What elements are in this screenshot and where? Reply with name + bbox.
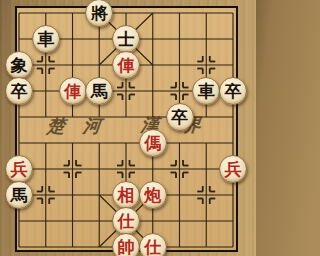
piece-red-chariot[interactable]: 俥 <box>112 51 140 79</box>
piece-black-soldier[interactable]: 卒 <box>5 77 33 105</box>
piece-red-advisor[interactable]: 仕 <box>112 207 140 235</box>
piece-black-chariot[interactable]: 車 <box>32 25 60 53</box>
piece-red-cannon[interactable]: 炮 <box>139 181 167 209</box>
piece-black-horse[interactable]: 馬 <box>5 181 33 209</box>
piece-black-advisor[interactable]: 士 <box>112 25 140 53</box>
piece-red-horse[interactable]: 傌 <box>139 129 167 157</box>
piece-black-elephant[interactable]: 象 <box>5 51 33 79</box>
piece-red-soldier[interactable]: 兵 <box>219 155 247 183</box>
piece-red-general[interactable]: 帥 <box>112 233 140 256</box>
piece-black-soldier[interactable]: 卒 <box>166 103 194 131</box>
piece-red-advisor[interactable]: 仕 <box>139 233 167 256</box>
piece-black-soldier[interactable]: 卒 <box>219 77 247 105</box>
piece-black-general[interactable]: 將 <box>85 0 113 27</box>
piece-red-chariot[interactable]: 俥 <box>59 77 87 105</box>
piece-black-chariot[interactable]: 車 <box>192 77 220 105</box>
piece-layer: 將車士象俥卒俥馬車卒卒傌兵兵馬相炮仕帥仕 <box>6 0 247 256</box>
piece-red-elephant[interactable]: 相 <box>112 181 140 209</box>
piece-red-soldier[interactable]: 兵 <box>5 155 33 183</box>
piece-black-horse[interactable]: 馬 <box>85 77 113 105</box>
